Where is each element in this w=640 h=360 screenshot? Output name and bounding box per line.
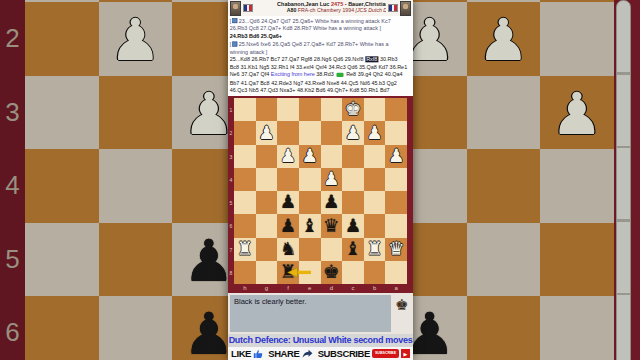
black-player-photo <box>400 1 411 16</box>
board-square[interactable]: ♟ <box>299 145 321 168</box>
rank-label: 6 <box>228 216 233 236</box>
board-square[interactable]: ♟ <box>277 145 299 168</box>
mainline-moves[interactable]: 24.Rb3 Bd6 25.Qa6+ <box>230 33 413 41</box>
players-line: Chabanon,Jean Luc 2475 - Bauer,Christian… <box>255 0 386 8</box>
file-label: h <box>234 284 256 293</box>
board-square[interactable] <box>234 168 256 191</box>
event-line: A80 FRA-ch Chambery 1994 [JCS Dutch Defe… <box>255 8 386 14</box>
chess-piece-bB[interactable]: ♝ <box>301 217 318 236</box>
chess-piece-wP[interactable]: ♟ <box>345 124 362 143</box>
subscribe-button[interactable]: SUBSCRIBE SUBSCRIBE ▶ <box>318 348 410 359</box>
background-rank-label: 2 <box>0 2 25 76</box>
board-square[interactable] <box>342 145 364 168</box>
board-square[interactable] <box>299 98 321 121</box>
share-button[interactable]: SHARE <box>268 348 313 359</box>
board-square[interactable] <box>385 98 407 121</box>
background-board-border-left: 23456 <box>0 0 25 360</box>
file-label: a <box>385 284 407 293</box>
annotation-source: [JCS Dutch Defence] <box>355 8 386 14</box>
board-square[interactable] <box>234 261 256 284</box>
game-header: Chabanon,Jean Luc 2475 - Bauer,Christian… <box>228 0 413 16</box>
chess-board[interactable]: ♚♟♟♟♟♟♟♟♟♟♟♝♛♟♜♞♝♜♛♜♚ <box>234 98 407 284</box>
background-board-border-right <box>614 0 640 360</box>
thumbs-up-icon <box>253 349 264 359</box>
board-square[interactable] <box>385 214 407 237</box>
background-square <box>540 223 614 297</box>
background-square <box>467 149 541 223</box>
background-chess-piece-wP: ♟ <box>99 2 173 76</box>
background-square <box>25 223 99 297</box>
board-square[interactable] <box>364 168 386 191</box>
mainline-moves[interactable]: 46.Qc3 Nb5 47.Qd3 Nxa3+ 48.Kb2 Bd6 49.Qh… <box>230 87 413 95</box>
board-square[interactable] <box>299 121 321 144</box>
board-square[interactable] <box>256 214 278 237</box>
board-square[interactable]: ♝ <box>299 214 321 237</box>
board-square[interactable]: ♟ <box>277 191 299 214</box>
white-player-name: Chabanon,Jean Luc <box>277 1 329 7</box>
board-square[interactable] <box>234 121 256 144</box>
board-square[interactable] <box>321 238 343 261</box>
chess-piece-wQ[interactable]: ♛ <box>388 240 405 259</box>
background-chess-piece-wP: ♟ <box>467 2 541 76</box>
board-square[interactable] <box>299 191 321 214</box>
subscribe-red-button[interactable]: SUBSCRIBE <box>372 349 399 358</box>
board-square[interactable]: ♟ <box>342 121 364 144</box>
rank-label: 3 <box>228 146 233 166</box>
background-square <box>99 76 173 150</box>
chess-piece-wP[interactable]: ♟ <box>388 147 405 166</box>
variation-marker-icon <box>232 41 237 46</box>
board-square[interactable] <box>256 261 278 284</box>
background-square <box>25 76 99 150</box>
board-square[interactable] <box>364 261 386 284</box>
board-square[interactable] <box>342 168 364 191</box>
board-square[interactable] <box>256 238 278 261</box>
video-title-banner: Dutch Defence: Unusual White second move… <box>228 334 413 347</box>
share-label: SHARE <box>268 348 299 359</box>
board-square[interactable]: ♟ <box>277 214 299 237</box>
background-square <box>467 296 541 360</box>
board-square[interactable] <box>364 191 386 214</box>
board-square[interactable] <box>234 145 256 168</box>
board-square[interactable] <box>299 238 321 261</box>
board-square[interactable] <box>256 145 278 168</box>
board-square[interactable]: ♝ <box>342 238 364 261</box>
board-square[interactable] <box>364 98 386 121</box>
eco-code: A80 <box>287 8 297 14</box>
board-square[interactable] <box>321 98 343 121</box>
board-square[interactable]: ♟ <box>256 121 278 144</box>
board-square[interactable]: ♟ <box>342 214 364 237</box>
players-separator: - <box>345 1 347 7</box>
scrollbar[interactable] <box>616 0 631 360</box>
analysis-panel: Chabanon,Jean Luc 2475 - Bauer,Christian… <box>228 0 413 360</box>
chess-piece-bB[interactable]: ♝ <box>345 240 362 259</box>
chess-piece-bP[interactable]: ♟ <box>280 217 297 236</box>
background-rank-label: 3 <box>0 76 25 150</box>
board-square[interactable]: ♟ <box>321 168 343 191</box>
black-king-icon: ♚ <box>395 297 408 312</box>
background-rank-label: 5 <box>0 223 25 297</box>
chess-piece-bP[interactable]: ♟ <box>345 217 362 236</box>
file-label: d <box>321 284 343 293</box>
board-square[interactable] <box>256 168 278 191</box>
current-move[interactable]: Rxf8 <box>365 56 378 62</box>
white-elo: 2475 <box>331 1 343 7</box>
file-label: g <box>256 284 278 293</box>
chess-piece-bN[interactable]: ♞ <box>280 240 297 259</box>
file-coordinates: hgfedcba <box>234 284 407 293</box>
like-button[interactable]: LIKE <box>231 348 264 359</box>
event-name: FRA-ch Chambery 1994 <box>298 8 354 14</box>
board-square[interactable] <box>385 168 407 191</box>
board-square[interactable]: ♛ <box>321 214 343 237</box>
variation-line[interactable]: [23...Qd6 24.Qa7 Qd7 25.Qa6+ White has a… <box>230 17 413 25</box>
board-square[interactable]: ♛ <box>385 238 407 261</box>
rank-label: 4 <box>228 169 233 189</box>
green-evaluation-badge <box>336 73 343 77</box>
board-square[interactable]: ♟ <box>385 145 407 168</box>
black-player-name: Bauer,Christian <box>348 1 386 7</box>
board-square[interactable] <box>385 121 407 144</box>
rank-label: 7 <box>228 239 233 259</box>
text-annotation: Exciting from here <box>271 72 315 78</box>
chess-piece-wR[interactable]: ♜ <box>366 240 383 259</box>
background-square <box>99 296 173 360</box>
mainline-moves[interactable]: Ne6 37.Qa7 Qf4 Exciting from here 38.Rd3… <box>230 71 413 79</box>
mainline-moves[interactable]: Bb7 41.Qa7 Bc8 42.Rde3 Ng7 43.Rxe8 Nxe8 … <box>230 79 413 87</box>
chess-piece-bK[interactable]: ♚ <box>323 263 340 282</box>
notation-pane[interactable]: [23...Qd6 24.Qa7 Qd7 25.Qa6+ White has a… <box>228 16 413 96</box>
chess-piece-bP[interactable]: ♟ <box>323 193 340 212</box>
board-square[interactable]: ♚ <box>321 261 343 284</box>
board-square[interactable]: ♜ <box>277 261 299 284</box>
background-square <box>467 223 541 297</box>
background-rank-label: 6 <box>0 296 25 360</box>
board-square[interactable] <box>321 145 343 168</box>
background-square <box>99 223 173 297</box>
rank-label: 5 <box>228 193 233 213</box>
white-player-photo <box>230 1 241 16</box>
youtube-play-icon[interactable]: ▶ <box>401 349 410 358</box>
board-square[interactable] <box>277 121 299 144</box>
file-label: f <box>277 284 299 293</box>
board-square[interactable]: ♜ <box>234 238 256 261</box>
board-square[interactable] <box>277 98 299 121</box>
variation-marker-icon <box>232 18 237 23</box>
variation-line[interactable]: 26.Rb3 Qc8 27.Qa7+ Kd8 28.Rb7 White has … <box>230 25 413 33</box>
chess-piece-wK[interactable]: ♚ <box>345 100 362 119</box>
background-square <box>99 149 173 223</box>
board-square[interactable] <box>364 145 386 168</box>
board-square[interactable] <box>234 214 256 237</box>
board-square[interactable] <box>234 98 256 121</box>
chess-piece-wP[interactable]: ♟ <box>258 124 275 143</box>
board-square[interactable] <box>299 168 321 191</box>
variation-line[interactable]: winning attack ] <box>230 48 413 56</box>
file-label: e <box>299 284 321 293</box>
france-flag-icon <box>243 4 253 12</box>
file-label: c <box>342 284 364 293</box>
background-square <box>467 76 541 150</box>
board-square[interactable]: ♜ <box>364 238 386 261</box>
board-square[interactable] <box>256 98 278 121</box>
background-square <box>540 149 614 223</box>
header-text: Chabanon,Jean Luc 2475 - Bauer,Christian… <box>255 0 386 16</box>
background-chess-piece-wP: ♟ <box>540 76 614 150</box>
board-square[interactable] <box>385 191 407 214</box>
chess-piece-wP[interactable]: ♟ <box>366 124 383 143</box>
board-square[interactable]: ♟ <box>321 191 343 214</box>
background-square <box>25 296 99 360</box>
chess-board-diagram: 12345678 ♚♟♟♟♟♟♟♟♟♟♟♝♛♟♜♞♝♜♛♜♚ hgfedcba <box>228 96 413 293</box>
board-square[interactable] <box>364 214 386 237</box>
board-square[interactable] <box>342 261 364 284</box>
chess-piece-bP[interactable]: ♟ <box>280 193 297 212</box>
board-square[interactable]: ♟ <box>364 121 386 144</box>
chess-piece-wP[interactable]: ♟ <box>323 170 340 189</box>
chess-piece-wP[interactable]: ♟ <box>280 147 297 166</box>
rank-label: 1 <box>228 100 233 120</box>
evaluation-text-box: Black is clearly better. <box>230 295 391 332</box>
mainline-moves[interactable]: 25...Kd8 26.Rb7 Bc7 27.Qa7 Rgf8 28.Ng6 Q… <box>230 56 413 64</box>
board-square[interactable] <box>385 261 407 284</box>
background-square <box>540 2 614 76</box>
rank-label: 8 <box>228 262 233 282</box>
king-logo-area: ♚ <box>393 295 411 332</box>
social-bar: LIKE SHARE SUBSCRIBE SUBSCRIBE ▶ <box>228 347 413 360</box>
board-square[interactable] <box>277 168 299 191</box>
chess-piece-wP[interactable]: ♟ <box>301 147 318 166</box>
chess-piece-bR[interactable]: ♜ <box>280 263 297 282</box>
background-square <box>25 149 99 223</box>
background-rank-label: 4 <box>0 149 25 223</box>
like-label: LIKE <box>231 348 251 359</box>
rank-label: 2 <box>228 123 233 143</box>
file-label: b <box>364 284 386 293</box>
board-square[interactable]: ♚ <box>342 98 364 121</box>
chess-piece-bQ[interactable]: ♛ <box>323 217 340 236</box>
board-square[interactable] <box>299 261 321 284</box>
share-arrow-icon <box>301 349 313 359</box>
board-square[interactable]: ♞ <box>277 238 299 261</box>
board-square[interactable] <box>256 191 278 214</box>
chess-piece-wR[interactable]: ♜ <box>237 240 254 259</box>
subscribe-label: SUBSCRIBE <box>318 348 370 359</box>
background-square <box>25 2 99 76</box>
france-flag-icon <box>388 4 398 12</box>
video-frame: ♟♟♟♟♟♟♟♟ 23456 Chabanon,Jean Luc 2475 - … <box>0 0 640 360</box>
board-square[interactable] <box>234 191 256 214</box>
annotation-area: Black is clearly better. ♚ <box>228 293 413 334</box>
board-square[interactable] <box>342 191 364 214</box>
board-square[interactable] <box>321 121 343 144</box>
background-square <box>540 296 614 360</box>
mainline-moves[interactable]: Bc8 31.Kb1 Ng5 32.Rh1 f4 33.exf4 Qxf4 34… <box>230 64 413 72</box>
variation-line[interactable]: [25.Nxe6 fxe6 26.Qa5 Qe8 27.Qa8+ Kd7 28.… <box>230 40 413 48</box>
